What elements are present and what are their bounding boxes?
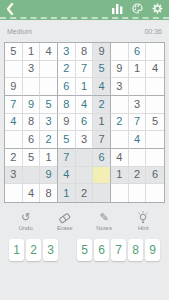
user-digit: 3 [46,116,52,127]
cell-r2c6[interactable]: 5 [93,61,111,79]
cell-r5c7[interactable]: 2 [111,114,129,132]
user-digit: 1 [63,188,69,199]
cell-r9c1[interactable] [5,184,23,202]
cell-r4c6[interactable]: 2 [93,96,111,114]
cell-r4c9[interactable] [146,96,164,114]
cell-r6c8[interactable]: 4 [129,131,147,149]
cell-r5c6[interactable]: 1 [93,114,111,132]
given-digit: 1 [134,63,140,74]
user-digit: 4 [10,116,16,127]
given-digit: 2 [81,188,87,199]
cell-r5c2[interactable]: 8 [23,114,41,132]
given-digit: 9 [99,46,105,57]
given-digit: 9 [116,63,122,74]
cell-r3c4[interactable]: 6 [58,78,76,96]
hint-label: Hint [138,225,149,231]
user-digit: 1 [81,81,87,92]
cell-r3c2[interactable] [23,78,41,96]
hint-button[interactable]: Hint [127,211,159,231]
user-digit: 7 [10,99,16,110]
cell-r2c5[interactable]: 7 [76,61,94,79]
cell-r1c1[interactable]: 5 [5,43,23,61]
notes-button[interactable]: ✎ Notes [88,211,120,231]
numpad-key-5[interactable]: 5 [77,239,92,261]
numpad-empty-slot [60,239,75,261]
cell-r1c5[interactable]: 8 [76,43,94,61]
cell-r6c2[interactable]: 6 [23,131,41,149]
toolbar: ↺ Undo Erase ✎ Notes [0,211,169,231]
cell-r3c1[interactable]: 9 [5,78,23,96]
cell-r6c5[interactable]: 3 [76,131,94,149]
numpad-key-6[interactable]: 6 [94,239,109,261]
erase-button[interactable]: Erase [49,211,81,231]
cell-r2c3[interactable] [40,61,58,79]
cell-r2c9[interactable]: 4 [146,61,164,79]
cell-r8c8[interactable]: 2 [129,167,147,185]
cell-r6c7[interactable] [111,131,129,149]
erase-label: Erase [57,225,73,231]
cell-r4c7[interactable] [111,96,129,114]
cell-r8c6[interactable] [93,167,111,185]
cell-r2c7[interactable]: 9 [111,61,129,79]
cell-r9c3[interactable]: 8 [40,184,58,202]
status-row: Medium 00:36 [0,20,169,42]
numpad-key-7[interactable]: 7 [111,239,126,261]
cell-r4c2[interactable]: 9 [23,96,41,114]
given-digit: 2 [134,169,140,180]
cell-r3c3[interactable] [40,78,58,96]
numpad-key-8[interactable]: 8 [128,239,143,261]
cell-r5c1[interactable]: 4 [5,114,23,132]
given-digit: 3 [28,63,34,74]
cell-r5c4[interactable]: 9 [58,114,76,132]
given-digit: 8 [28,116,34,127]
undo-label: Undo [18,225,32,231]
user-digit: 2 [99,99,105,110]
cell-r2c2[interactable]: 3 [23,61,41,79]
difficulty-label: Medium [7,28,32,35]
given-digit: 8 [46,188,52,199]
lightbulb-icon [137,211,149,224]
cell-r7c8[interactable] [129,149,147,167]
cell-r2c4[interactable]: 2 [58,61,76,79]
cell-r7c2[interactable]: 5 [23,149,41,167]
numpad-key-3[interactable]: 3 [43,239,58,261]
theme-palette-icon[interactable] [132,3,143,14]
undo-button[interactable]: ↺ Undo [10,211,42,231]
cell-r3c6[interactable]: 4 [93,78,111,96]
cell-r5c3[interactable]: 3 [40,114,58,132]
cell-r8c3[interactable]: 9 [40,167,58,185]
user-digit: 9 [46,169,52,180]
cell-r5c5[interactable]: 6 [76,114,94,132]
given-digit: 5 [10,46,16,57]
cell-r8c1[interactable]: 3 [5,167,23,185]
numpad-key-1[interactable]: 1 [9,239,24,261]
cell-r9c6[interactable] [93,184,111,202]
user-digit: 4 [63,169,69,180]
cell-r8c5[interactable] [76,167,94,185]
cell-r9c4[interactable]: 1 [58,184,76,202]
cell-r4c1[interactable]: 7 [5,96,23,114]
given-digit: 3 [10,169,16,180]
header-bar [0,0,169,20]
cell-r8c7[interactable]: 1 [111,167,129,185]
cell-r9c9[interactable] [146,184,164,202]
user-digit: 7 [63,152,69,163]
cell-r1c8[interactable]: 6 [129,43,147,61]
given-digit: 6 [152,169,158,180]
user-digit: 7 [134,116,140,127]
cell-r7c9[interactable] [146,149,164,167]
given-digit: 7 [99,134,105,145]
cell-r2c1[interactable] [5,61,23,79]
cell-r7c7[interactable]: 4 [111,149,129,167]
numpad-key-9[interactable]: 9 [145,239,160,261]
given-digit: 3 [134,99,140,110]
notes-label: Notes [96,225,112,231]
cell-r6c3[interactable]: 2 [40,131,58,149]
user-digit: 6 [63,81,69,92]
cell-r7c1[interactable]: 2 [5,149,23,167]
sudoku-board: 5143896327591496143795842348396127562537… [4,42,165,203]
cell-r6c4[interactable]: 5 [58,131,76,149]
statistics-icon[interactable] [112,4,123,14]
cell-r5c9[interactable]: 5 [146,114,164,132]
given-digit: 1 [116,169,122,180]
user-digit: 5 [63,134,69,145]
given-digit: 1 [28,46,34,57]
cell-r1c2[interactable]: 1 [23,43,41,61]
given-digit: 3 [81,134,87,145]
cell-r8c9[interactable]: 6 [146,167,164,185]
timer: 00:36 [144,28,162,35]
given-digit: 8 [81,46,87,57]
user-digit: 6 [81,116,87,127]
user-digit: 6 [134,46,140,57]
given-digit: 4 [152,63,158,74]
numpad-key-2[interactable]: 2 [26,239,41,261]
cell-r1c4[interactable]: 3 [58,43,76,61]
cell-r3c7[interactable]: 3 [111,78,129,96]
cell-r5c8[interactable]: 7 [129,114,147,132]
cell-r7c6[interactable]: 6 [93,149,111,167]
cell-r3c9[interactable] [146,78,164,96]
back-chevron-icon [6,3,14,15]
settings-gear-icon[interactable] [152,3,163,14]
cell-r4c3[interactable]: 5 [40,96,58,114]
user-digit: 4 [99,81,105,92]
numpad: 12356789 [0,239,169,261]
user-digit: 8 [63,99,69,110]
cell-r6c6[interactable]: 7 [93,131,111,149]
cell-r4c4[interactable]: 8 [58,96,76,114]
cell-r1c9[interactable] [146,43,164,61]
cell-r7c3[interactable]: 1 [40,149,58,167]
given-digit: 6 [28,134,34,145]
given-digit: 9 [63,116,69,127]
given-digit: 9 [10,81,16,92]
cell-r4c8[interactable]: 3 [129,96,147,114]
given-digit: 4 [46,46,52,57]
user-digit: 3 [63,46,69,57]
back-button[interactable] [6,2,20,16]
given-digit: 3 [116,81,122,92]
cell-r4c5[interactable]: 4 [76,96,94,114]
given-digit: 5 [152,116,158,127]
user-digit: 2 [46,134,52,145]
cell-r6c1[interactable] [5,131,23,149]
cell-r7c5[interactable] [76,149,94,167]
given-digit: 4 [28,188,34,199]
user-digit: 5 [99,63,105,74]
cell-r9c8[interactable] [129,184,147,202]
given-digit: 5 [28,152,34,163]
cell-r6c9[interactable] [146,131,164,149]
cell-r1c7[interactable] [111,43,129,61]
user-digit: 2 [116,116,122,127]
user-digit: 5 [46,99,52,110]
cell-r1c6[interactable]: 9 [93,43,111,61]
cell-r9c2[interactable]: 4 [23,184,41,202]
user-digit: 4 [134,134,140,145]
cell-r2c8[interactable]: 1 [129,61,147,79]
user-digit: 7 [81,63,87,74]
cell-r3c5[interactable]: 1 [76,78,94,96]
user-digit: 9 [28,99,34,110]
cell-r7c4[interactable]: 7 [58,149,76,167]
given-digit: 1 [99,116,105,127]
cell-r8c2[interactable] [23,167,41,185]
cell-r9c5[interactable]: 2 [76,184,94,202]
pencil-icon: ✎ [100,211,109,224]
user-digit: 4 [81,99,87,110]
cell-r1c3[interactable]: 4 [40,43,58,61]
undo-icon: ↺ [21,211,30,224]
cell-r8c4[interactable]: 4 [58,167,76,185]
user-digit: 6 [99,152,105,163]
user-digit: 2 [63,63,69,74]
given-digit: 1 [46,152,52,163]
cell-r9c7[interactable] [111,184,129,202]
given-digit: 2 [10,152,16,163]
cell-r3c8[interactable] [129,78,147,96]
eraser-icon [58,211,71,224]
given-digit: 4 [116,152,122,163]
